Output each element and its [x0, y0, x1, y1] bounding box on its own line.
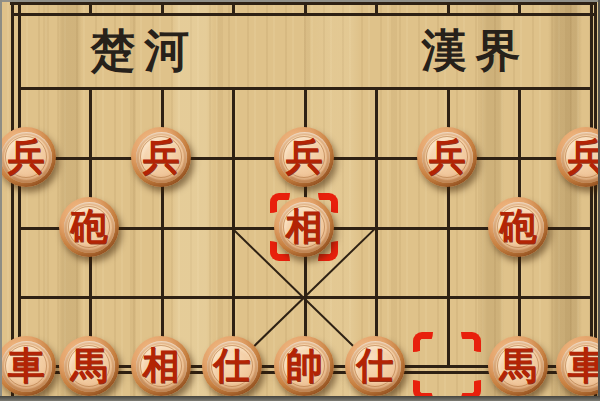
red-elephant-selected[interactable]: 相: [274, 197, 334, 257]
file-line: [447, 4, 450, 15]
file-line: [161, 4, 164, 15]
piece-character: 仕: [202, 336, 262, 396]
piece-character: 兵: [131, 127, 191, 187]
piece-character: 砲: [488, 197, 548, 257]
file-line: [375, 87, 378, 368]
red-soldier-3[interactable]: 兵: [131, 127, 191, 187]
file-line: [304, 4, 307, 15]
piece-character: 砲: [59, 197, 119, 257]
file-line: [232, 4, 235, 15]
file-line: [518, 4, 521, 15]
selection-marker-origin[interactable]: [413, 332, 481, 400]
window-edge-bottom: [0, 396, 600, 401]
piece-character: 車: [556, 336, 600, 396]
red-general[interactable]: 帥: [274, 336, 334, 396]
file-line: [89, 4, 92, 15]
piece-character: 兵: [417, 127, 477, 187]
file-line: [18, 4, 21, 376]
red-cannon-right[interactable]: 砲: [488, 197, 548, 257]
red-chariot-left[interactable]: 車: [0, 336, 56, 396]
river-label-right: 漢界: [413, 21, 530, 81]
red-elephant-left[interactable]: 相: [131, 336, 191, 396]
piece-character: 兵: [556, 127, 600, 187]
piece-character: 馬: [488, 336, 548, 396]
red-horse-right[interactable]: 馬: [488, 336, 548, 396]
window-edge-left: [0, 0, 2, 401]
red-soldier-7[interactable]: 兵: [417, 127, 477, 187]
piece-character: 兵: [274, 127, 334, 187]
red-soldier-9[interactable]: 兵: [556, 127, 600, 187]
red-soldier-5[interactable]: 兵: [274, 127, 334, 187]
xiangqi-board: 楚河 漢界 兵兵兵兵兵砲砲相車馬相仕帥仕馬車: [0, 0, 600, 401]
file-line: [375, 4, 378, 15]
marker-corner: [413, 332, 433, 352]
piece-character: 車: [0, 336, 56, 396]
file-line: [590, 4, 593, 376]
red-cannon-left[interactable]: 砲: [59, 197, 119, 257]
red-horse-left[interactable]: 馬: [59, 336, 119, 396]
piece-character: 帥: [274, 336, 334, 396]
marker-corner: [461, 332, 481, 352]
red-advisor-left[interactable]: 仕: [202, 336, 262, 396]
red-chariot-right[interactable]: 車: [556, 336, 600, 396]
red-advisor-right[interactable]: 仕: [345, 336, 405, 396]
border-top-line: [10, 2, 595, 5]
piece-character: 兵: [0, 127, 56, 187]
piece-character: 相: [274, 197, 334, 257]
piece-character: 相: [131, 336, 191, 396]
piece-character: 仕: [345, 336, 405, 396]
river-label-left: 楚河: [82, 21, 199, 81]
window-edge-top: [0, 0, 600, 2]
piece-character: 馬: [59, 336, 119, 396]
red-soldier-1[interactable]: 兵: [0, 127, 56, 187]
